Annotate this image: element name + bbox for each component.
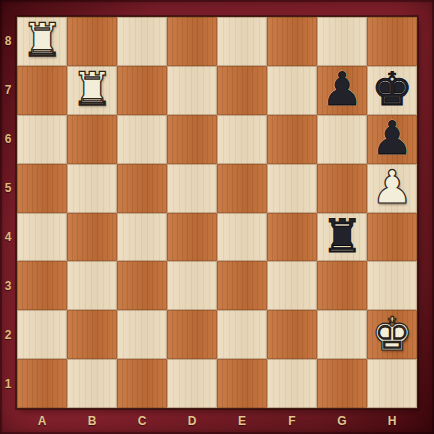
square-b3[interactable] bbox=[67, 261, 117, 310]
square-a6[interactable] bbox=[17, 115, 67, 164]
file-label-g: G bbox=[317, 407, 367, 434]
square-c3[interactable] bbox=[117, 261, 167, 310]
rank-label-4: 4 bbox=[0, 213, 16, 262]
square-e4[interactable] bbox=[217, 213, 267, 262]
black-king[interactable]: ♚ bbox=[371, 66, 412, 112]
square-g8[interactable] bbox=[317, 17, 367, 66]
square-a5[interactable] bbox=[17, 164, 67, 213]
white-rook[interactable]: ♜ bbox=[21, 17, 62, 63]
square-d2[interactable] bbox=[167, 310, 217, 359]
file-label-h: H bbox=[367, 407, 417, 434]
rank-label-7: 7 bbox=[0, 66, 16, 115]
square-a4[interactable] bbox=[17, 213, 67, 262]
square-e1[interactable] bbox=[217, 359, 267, 408]
square-g3[interactable] bbox=[317, 261, 367, 310]
square-a2[interactable] bbox=[17, 310, 67, 359]
square-a7[interactable] bbox=[17, 66, 67, 115]
square-b4[interactable] bbox=[67, 213, 117, 262]
rank-label-3: 3 bbox=[0, 261, 16, 310]
square-f1[interactable] bbox=[267, 359, 317, 408]
square-c8[interactable] bbox=[117, 17, 167, 66]
square-e8[interactable] bbox=[217, 17, 267, 66]
file-label-e: E bbox=[217, 407, 267, 434]
square-g2[interactable] bbox=[317, 310, 367, 359]
square-f3[interactable] bbox=[267, 261, 317, 310]
square-h4[interactable] bbox=[367, 213, 417, 262]
white-king[interactable]: ♚ bbox=[371, 311, 412, 357]
square-a3[interactable] bbox=[17, 261, 67, 310]
file-label-b: B bbox=[67, 407, 117, 434]
square-d7[interactable] bbox=[167, 66, 217, 115]
file-label-a: A bbox=[17, 407, 67, 434]
square-g4[interactable]: ♜ bbox=[317, 213, 367, 262]
black-pawn[interactable]: ♟ bbox=[371, 115, 412, 161]
square-f8[interactable] bbox=[267, 17, 317, 66]
rank-label-6: 6 bbox=[0, 115, 16, 164]
square-a1[interactable] bbox=[17, 359, 67, 408]
square-c7[interactable] bbox=[117, 66, 167, 115]
square-h7[interactable]: ♚ bbox=[367, 66, 417, 115]
square-b2[interactable] bbox=[67, 310, 117, 359]
square-c5[interactable] bbox=[117, 164, 167, 213]
square-e7[interactable] bbox=[217, 66, 267, 115]
board-frame: ♜♜♟♚♟♟♜♚ 87654321 ABCDEFGH bbox=[0, 0, 434, 434]
square-d1[interactable] bbox=[167, 359, 217, 408]
rank-label-1: 1 bbox=[0, 359, 16, 408]
square-c6[interactable] bbox=[117, 115, 167, 164]
square-b1[interactable] bbox=[67, 359, 117, 408]
square-d5[interactable] bbox=[167, 164, 217, 213]
square-e6[interactable] bbox=[217, 115, 267, 164]
square-c2[interactable] bbox=[117, 310, 167, 359]
square-d4[interactable] bbox=[167, 213, 217, 262]
black-pawn[interactable]: ♟ bbox=[321, 66, 362, 112]
square-d6[interactable] bbox=[167, 115, 217, 164]
square-f4[interactable] bbox=[267, 213, 317, 262]
square-c1[interactable] bbox=[117, 359, 167, 408]
square-f7[interactable] bbox=[267, 66, 317, 115]
square-e5[interactable] bbox=[217, 164, 267, 213]
file-label-f: F bbox=[267, 407, 317, 434]
square-e2[interactable] bbox=[217, 310, 267, 359]
square-h6[interactable]: ♟ bbox=[367, 115, 417, 164]
rank-label-2: 2 bbox=[0, 310, 16, 359]
square-g5[interactable] bbox=[317, 164, 367, 213]
white-pawn[interactable]: ♟ bbox=[371, 164, 412, 210]
square-g7[interactable]: ♟ bbox=[317, 66, 367, 115]
black-rook[interactable]: ♜ bbox=[321, 213, 362, 259]
square-h8[interactable] bbox=[367, 17, 417, 66]
square-f2[interactable] bbox=[267, 310, 317, 359]
square-a8[interactable]: ♜ bbox=[17, 17, 67, 66]
rank-label-5: 5 bbox=[0, 164, 16, 213]
file-label-c: C bbox=[117, 407, 167, 434]
square-b5[interactable] bbox=[67, 164, 117, 213]
square-g6[interactable] bbox=[317, 115, 367, 164]
square-b6[interactable] bbox=[67, 115, 117, 164]
square-b8[interactable] bbox=[67, 17, 117, 66]
square-f6[interactable] bbox=[267, 115, 317, 164]
square-h3[interactable] bbox=[367, 261, 417, 310]
square-b7[interactable]: ♜ bbox=[67, 66, 117, 115]
square-f5[interactable] bbox=[267, 164, 317, 213]
square-g1[interactable] bbox=[317, 359, 367, 408]
square-c4[interactable] bbox=[117, 213, 167, 262]
square-d8[interactable] bbox=[167, 17, 217, 66]
square-e3[interactable] bbox=[217, 261, 267, 310]
square-d3[interactable] bbox=[167, 261, 217, 310]
file-label-d: D bbox=[167, 407, 217, 434]
square-h2[interactable]: ♚ bbox=[367, 310, 417, 359]
square-h5[interactable]: ♟ bbox=[367, 164, 417, 213]
square-h1[interactable] bbox=[367, 359, 417, 408]
rank-label-8: 8 bbox=[0, 17, 16, 66]
white-rook[interactable]: ♜ bbox=[71, 66, 112, 112]
chess-board: ♜♜♟♚♟♟♜♚ bbox=[17, 17, 417, 408]
